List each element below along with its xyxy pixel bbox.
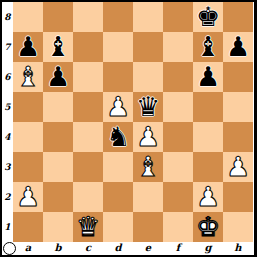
file-label-a: a — [13, 241, 43, 254]
square-b3[interactable] — [43, 152, 73, 182]
square-a1[interactable] — [13, 212, 43, 242]
square-d7[interactable] — [103, 32, 133, 62]
file-label-d: d — [103, 241, 133, 254]
square-f1[interactable] — [163, 212, 193, 242]
file-label-e: e — [133, 241, 163, 254]
square-g3[interactable] — [193, 152, 223, 182]
square-b7[interactable]: ♝ — [43, 32, 73, 62]
square-e5[interactable]: ♛ — [133, 92, 163, 122]
file-label-c: c — [73, 241, 103, 254]
rank-label-1: 1 — [2, 212, 13, 242]
square-h1[interactable] — [223, 212, 253, 242]
square-e4[interactable]: ♟ — [133, 122, 163, 152]
square-e2[interactable] — [133, 182, 163, 212]
square-d8[interactable] — [103, 2, 133, 32]
square-g5[interactable] — [193, 92, 223, 122]
square-c3[interactable] — [73, 152, 103, 182]
square-a2[interactable]: ♟ — [13, 182, 43, 212]
rank-label-2: 2 — [2, 182, 13, 212]
square-b2[interactable] — [43, 182, 73, 212]
white-pawn[interactable]: ♟ — [196, 183, 220, 210]
square-f4[interactable] — [163, 122, 193, 152]
square-a5[interactable] — [13, 92, 43, 122]
white-pawn[interactable]: ♟ — [226, 153, 250, 180]
white-pawn[interactable]: ♟ — [16, 183, 40, 210]
square-h4[interactable] — [223, 122, 253, 152]
white-bishop[interactable]: ♝ — [16, 63, 40, 90]
rank-label-5: 5 — [2, 92, 13, 122]
file-labels: abcdefgh — [13, 241, 253, 254]
square-c8[interactable] — [73, 2, 103, 32]
square-f2[interactable] — [163, 182, 193, 212]
square-a6[interactable]: ♝ — [13, 62, 43, 92]
black-pawn[interactable]: ♟ — [226, 33, 250, 60]
square-g4[interactable] — [193, 122, 223, 152]
square-c2[interactable] — [73, 182, 103, 212]
white-king[interactable]: ♚ — [196, 213, 220, 240]
square-d5[interactable]: ♟ — [103, 92, 133, 122]
square-g2[interactable]: ♟ — [193, 182, 223, 212]
square-d2[interactable] — [103, 182, 133, 212]
white-pawn[interactable]: ♟ — [106, 93, 130, 120]
square-h6[interactable] — [223, 62, 253, 92]
chess-diagram: 87654321 ♚♟♝♝♟♝♟♟♟♛♞♟♝♟♟♟♛♚ abcdefgh — [0, 0, 257, 257]
square-a7[interactable]: ♟ — [13, 32, 43, 62]
black-pawn[interactable]: ♟ — [196, 63, 220, 90]
rank-label-4: 4 — [2, 122, 13, 152]
black-pawn[interactable]: ♟ — [16, 33, 40, 60]
square-h7[interactable]: ♟ — [223, 32, 253, 62]
square-f5[interactable] — [163, 92, 193, 122]
square-b1[interactable] — [43, 212, 73, 242]
white-queen[interactable]: ♛ — [76, 213, 100, 240]
square-d4[interactable]: ♞ — [103, 122, 133, 152]
square-f8[interactable] — [163, 2, 193, 32]
black-king[interactable]: ♚ — [196, 3, 220, 30]
square-g1[interactable]: ♚ — [193, 212, 223, 242]
file-label-f: f — [163, 241, 193, 254]
square-e8[interactable] — [133, 2, 163, 32]
square-e6[interactable] — [133, 62, 163, 92]
square-d6[interactable] — [103, 62, 133, 92]
square-g8[interactable]: ♚ — [193, 2, 223, 32]
square-c7[interactable] — [73, 32, 103, 62]
square-e3[interactable]: ♝ — [133, 152, 163, 182]
chess-board: ♚♟♝♝♟♝♟♟♟♛♞♟♝♟♟♟♛♚ — [13, 2, 253, 242]
black-queen[interactable]: ♛ — [136, 93, 160, 120]
square-g6[interactable]: ♟ — [193, 62, 223, 92]
square-f6[interactable] — [163, 62, 193, 92]
file-label-g: g — [193, 241, 223, 254]
black-bishop[interactable]: ♝ — [196, 33, 220, 60]
rank-labels: 87654321 — [2, 2, 13, 242]
square-a3[interactable] — [13, 152, 43, 182]
square-h5[interactable] — [223, 92, 253, 122]
square-e1[interactable] — [133, 212, 163, 242]
rank-label-6: 6 — [2, 62, 13, 92]
square-f7[interactable] — [163, 32, 193, 62]
white-pawn[interactable]: ♟ — [136, 123, 160, 150]
square-a4[interactable] — [13, 122, 43, 152]
square-b6[interactable]: ♟ — [43, 62, 73, 92]
square-a8[interactable] — [13, 2, 43, 32]
square-f3[interactable] — [163, 152, 193, 182]
square-c4[interactable] — [73, 122, 103, 152]
square-c6[interactable] — [73, 62, 103, 92]
file-label-b: b — [43, 241, 73, 254]
square-c1[interactable]: ♛ — [73, 212, 103, 242]
black-bishop[interactable]: ♝ — [46, 33, 70, 60]
square-h2[interactable] — [223, 182, 253, 212]
square-b5[interactable] — [43, 92, 73, 122]
rank-label-3: 3 — [2, 152, 13, 182]
rank-label-8: 8 — [2, 2, 13, 32]
square-b4[interactable] — [43, 122, 73, 152]
white-to-move-indicator — [3, 242, 16, 255]
white-bishop[interactable]: ♝ — [136, 153, 160, 180]
square-d1[interactable] — [103, 212, 133, 242]
square-h8[interactable] — [223, 2, 253, 32]
square-c5[interactable] — [73, 92, 103, 122]
black-knight[interactable]: ♞ — [106, 123, 130, 150]
square-d3[interactable] — [103, 152, 133, 182]
black-pawn[interactable]: ♟ — [46, 63, 70, 90]
file-label-h: h — [223, 241, 253, 254]
rank-label-7: 7 — [2, 32, 13, 62]
square-g7[interactable]: ♝ — [193, 32, 223, 62]
square-h3[interactable]: ♟ — [223, 152, 253, 182]
square-b8[interactable] — [43, 2, 73, 32]
square-e7[interactable] — [133, 32, 163, 62]
